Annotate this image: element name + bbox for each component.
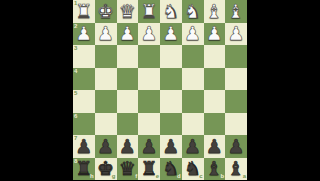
piece-black-queen-f8[interactable]: ♛	[117, 158, 139, 181]
square-c4[interactable]	[182, 68, 204, 91]
piece-black-pawn-a7[interactable]: ♟	[225, 135, 247, 158]
piece-black-pawn-g7[interactable]: ♟	[95, 135, 117, 158]
square-e3[interactable]	[138, 45, 160, 68]
square-h2[interactable]: 2♟	[73, 23, 95, 46]
rank-label-5: 5	[74, 90, 77, 97]
square-b3[interactable]	[204, 45, 226, 68]
piece-white-knight-c1[interactable]: ♞	[182, 0, 204, 23]
square-f7[interactable]: ♟	[117, 135, 139, 158]
square-c7[interactable]: ♟	[182, 135, 204, 158]
square-a2[interactable]: ♟	[225, 23, 247, 46]
square-b1[interactable]: ♝	[204, 0, 226, 23]
piece-black-pawn-h7[interactable]: ♟	[73, 135, 95, 158]
piece-white-rook-e1[interactable]: ♜	[138, 0, 160, 23]
square-a6[interactable]	[225, 113, 247, 136]
square-d1[interactable]: ♞	[160, 0, 182, 23]
rank-label-6: 6	[74, 113, 77, 120]
square-f2[interactable]: ♟	[117, 23, 139, 46]
square-e7[interactable]: ♟	[138, 135, 160, 158]
square-b2[interactable]: ♟	[204, 23, 226, 46]
piece-white-king-g1[interactable]: ♚	[95, 0, 117, 23]
square-d8[interactable]: d♞	[160, 158, 182, 181]
square-f3[interactable]	[117, 45, 139, 68]
square-e1[interactable]: ♜	[138, 0, 160, 23]
piece-black-knight-d8[interactable]: ♞	[160, 158, 182, 181]
piece-black-bishop-b8[interactable]: ♝	[204, 158, 226, 181]
square-b4[interactable]	[204, 68, 226, 91]
piece-white-pawn-g2[interactable]: ♟	[95, 23, 117, 46]
rank-label-3: 3	[74, 45, 77, 52]
square-b8[interactable]: b♝	[204, 158, 226, 181]
square-g2[interactable]: ♟	[95, 23, 117, 46]
square-c1[interactable]: ♞	[182, 0, 204, 23]
piece-white-knight-d1[interactable]: ♞	[160, 0, 182, 23]
square-a4[interactable]	[225, 68, 247, 91]
piece-white-queen-f1[interactable]: ♛	[117, 0, 139, 23]
square-e2[interactable]: ♟	[138, 23, 160, 46]
square-h1[interactable]: 1♜	[73, 0, 95, 23]
square-g6[interactable]	[95, 113, 117, 136]
square-f8[interactable]: f♛	[117, 158, 139, 181]
piece-black-bishop-a8[interactable]: ♝	[225, 158, 247, 181]
square-d3[interactable]	[160, 45, 182, 68]
piece-black-king-g8[interactable]: ♚	[95, 158, 117, 181]
piece-white-pawn-b2[interactable]: ♟	[204, 23, 226, 46]
square-a5[interactable]	[225, 90, 247, 113]
square-c8[interactable]: c♞	[182, 158, 204, 181]
piece-white-bishop-b1[interactable]: ♝	[204, 0, 226, 23]
square-h4[interactable]: 4	[73, 68, 95, 91]
square-e4[interactable]	[138, 68, 160, 91]
square-g5[interactable]	[95, 90, 117, 113]
square-a1[interactable]: ♝	[225, 0, 247, 23]
chess-board: 1♜♚♛♜♞♞♝♝2♟♟♟♟♟♟♟♟34567♟♟♟♟♟♟♟♟8h♜g♚f♛e♜…	[73, 0, 247, 180]
square-b5[interactable]	[204, 90, 226, 113]
square-h8[interactable]: 8h♜	[73, 158, 95, 181]
square-g1[interactable]: ♚	[95, 0, 117, 23]
square-g8[interactable]: g♚	[95, 158, 117, 181]
square-a3[interactable]	[225, 45, 247, 68]
rank-label-4: 4	[74, 68, 77, 75]
square-b7[interactable]: ♟	[204, 135, 226, 158]
piece-white-pawn-h2[interactable]: ♟	[73, 23, 95, 46]
square-g7[interactable]: ♟	[95, 135, 117, 158]
piece-black-pawn-d7[interactable]: ♟	[160, 135, 182, 158]
piece-black-knight-c8[interactable]: ♞	[182, 158, 204, 181]
square-g4[interactable]	[95, 68, 117, 91]
piece-black-rook-e8[interactable]: ♜	[138, 158, 160, 181]
square-d6[interactable]	[160, 113, 182, 136]
square-g3[interactable]	[95, 45, 117, 68]
square-f5[interactable]	[117, 90, 139, 113]
piece-white-rook-h1[interactable]: ♜	[73, 0, 95, 23]
square-d7[interactable]: ♟	[160, 135, 182, 158]
piece-black-rook-h8[interactable]: ♜	[73, 158, 95, 181]
square-c2[interactable]: ♟	[182, 23, 204, 46]
piece-white-pawn-a2[interactable]: ♟	[225, 23, 247, 46]
square-a8[interactable]: a♝	[225, 158, 247, 181]
video-frame: 1♜♚♛♜♞♞♝♝2♟♟♟♟♟♟♟♟34567♟♟♟♟♟♟♟♟8h♜g♚f♛e♜…	[0, 0, 320, 180]
square-h3[interactable]: 3	[73, 45, 95, 68]
piece-white-pawn-c2[interactable]: ♟	[182, 23, 204, 46]
square-e6[interactable]	[138, 113, 160, 136]
square-d2[interactable]: ♟	[160, 23, 182, 46]
piece-white-pawn-e2[interactable]: ♟	[138, 23, 160, 46]
square-f6[interactable]	[117, 113, 139, 136]
square-e8[interactable]: e♜	[138, 158, 160, 181]
square-d5[interactable]	[160, 90, 182, 113]
piece-black-pawn-f7[interactable]: ♟	[117, 135, 139, 158]
square-a7[interactable]: ♟	[225, 135, 247, 158]
square-e5[interactable]	[138, 90, 160, 113]
piece-black-pawn-b7[interactable]: ♟	[204, 135, 226, 158]
square-h5[interactable]: 5	[73, 90, 95, 113]
piece-white-bishop-a1[interactable]: ♝	[225, 0, 247, 23]
piece-black-pawn-c7[interactable]: ♟	[182, 135, 204, 158]
piece-black-pawn-e7[interactable]: ♟	[138, 135, 160, 158]
piece-white-pawn-f2[interactable]: ♟	[117, 23, 139, 46]
square-b6[interactable]	[204, 113, 226, 136]
square-h7[interactable]: 7♟	[73, 135, 95, 158]
square-c3[interactable]	[182, 45, 204, 68]
square-f4[interactable]	[117, 68, 139, 91]
piece-white-pawn-d2[interactable]: ♟	[160, 23, 182, 46]
square-h6[interactable]: 6	[73, 113, 95, 136]
square-c6[interactable]	[182, 113, 204, 136]
square-f1[interactable]: ♛	[117, 0, 139, 23]
square-d4[interactable]	[160, 68, 182, 91]
square-c5[interactable]	[182, 90, 204, 113]
